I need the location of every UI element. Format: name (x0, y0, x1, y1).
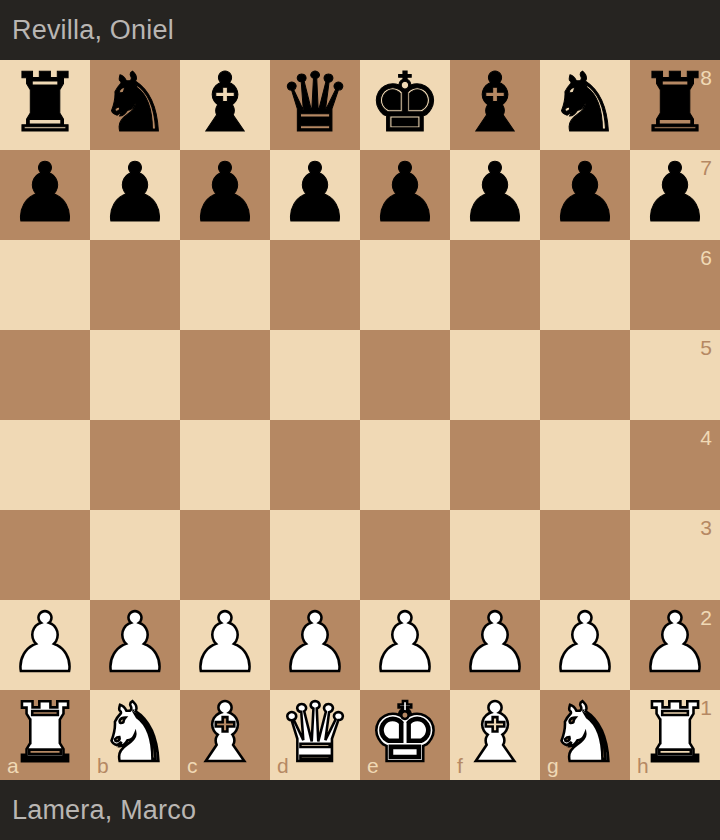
square-d7[interactable]: ♟ (270, 150, 360, 240)
square-a2[interactable]: ♟ (0, 600, 90, 690)
white-pawn[interactable]: ♟ (278, 598, 352, 688)
square-e3[interactable] (360, 510, 450, 600)
square-f5[interactable] (450, 330, 540, 420)
square-h8[interactable]: ♜8 (630, 60, 720, 150)
square-b3[interactable] (90, 510, 180, 600)
chess-board: ♜♞♝♛♚♝♞♜8♟♟♟♟♟♟♟♟76543♟♟♟♟♟♟♟♟2♜a♞b♝c♛d♚… (0, 60, 720, 780)
square-f2[interactable]: ♟ (450, 600, 540, 690)
square-c6[interactable] (180, 240, 270, 330)
square-c3[interactable] (180, 510, 270, 600)
white-pawn[interactable]: ♟ (458, 598, 532, 688)
white-pawn[interactable]: ♟ (8, 598, 82, 688)
white-pawn[interactable]: ♟ (188, 598, 262, 688)
file-label-e: e (367, 755, 379, 776)
square-h7[interactable]: ♟7 (630, 150, 720, 240)
square-h4[interactable]: 4 (630, 420, 720, 510)
square-g1[interactable]: ♞g (540, 690, 630, 780)
player-bottom-name: Lamera, Marco (12, 795, 196, 826)
file-label-g: g (547, 755, 559, 776)
square-f3[interactable] (450, 510, 540, 600)
square-a8[interactable]: ♜ (0, 60, 90, 150)
white-pawn[interactable]: ♟ (368, 598, 442, 688)
square-a3[interactable] (0, 510, 90, 600)
black-knight[interactable]: ♞ (548, 58, 622, 148)
square-g2[interactable]: ♟ (540, 600, 630, 690)
square-d4[interactable] (270, 420, 360, 510)
black-rook[interactable]: ♜ (8, 58, 82, 148)
square-c1[interactable]: ♝c (180, 690, 270, 780)
white-pawn[interactable]: ♟ (548, 598, 622, 688)
square-a6[interactable] (0, 240, 90, 330)
square-b4[interactable] (90, 420, 180, 510)
square-b6[interactable] (90, 240, 180, 330)
square-f7[interactable]: ♟ (450, 150, 540, 240)
black-pawn[interactable]: ♟ (98, 148, 172, 238)
square-h6[interactable]: 6 (630, 240, 720, 330)
square-b2[interactable]: ♟ (90, 600, 180, 690)
square-g4[interactable] (540, 420, 630, 510)
file-label-f: f (457, 755, 463, 776)
square-e5[interactable] (360, 330, 450, 420)
black-pawn[interactable]: ♟ (458, 148, 532, 238)
file-label-d: d (277, 755, 289, 776)
black-bishop[interactable]: ♝ (188, 58, 262, 148)
white-queen[interactable]: ♛ (278, 688, 352, 778)
square-d3[interactable] (270, 510, 360, 600)
player-bottom-bar: Lamera, Marco (0, 780, 720, 840)
rank-label-7: 7 (700, 157, 712, 178)
square-g6[interactable] (540, 240, 630, 330)
square-a4[interactable] (0, 420, 90, 510)
square-b5[interactable] (90, 330, 180, 420)
square-c2[interactable]: ♟ (180, 600, 270, 690)
square-d5[interactable] (270, 330, 360, 420)
black-queen[interactable]: ♛ (278, 58, 352, 148)
square-h1[interactable]: ♜1h (630, 690, 720, 780)
square-f1[interactable]: ♝f (450, 690, 540, 780)
square-b1[interactable]: ♞b (90, 690, 180, 780)
white-knight[interactable]: ♞ (548, 688, 622, 778)
square-c5[interactable] (180, 330, 270, 420)
file-label-h: h (637, 755, 649, 776)
square-c7[interactable]: ♟ (180, 150, 270, 240)
rank-label-6: 6 (700, 247, 712, 268)
black-bishop[interactable]: ♝ (458, 58, 532, 148)
square-g7[interactable]: ♟ (540, 150, 630, 240)
square-e8[interactable]: ♚ (360, 60, 450, 150)
white-rook[interactable]: ♜ (8, 688, 82, 778)
square-f6[interactable] (450, 240, 540, 330)
square-g8[interactable]: ♞ (540, 60, 630, 150)
square-c4[interactable] (180, 420, 270, 510)
white-bishop[interactable]: ♝ (458, 688, 532, 778)
rank-label-8: 8 (700, 67, 712, 88)
black-pawn[interactable]: ♟ (188, 148, 262, 238)
white-bishop[interactable]: ♝ (188, 688, 262, 778)
black-king[interactable]: ♚ (368, 58, 442, 148)
black-pawn[interactable]: ♟ (368, 148, 442, 238)
file-label-c: c (187, 755, 198, 776)
square-g3[interactable] (540, 510, 630, 600)
square-h3[interactable]: 3 (630, 510, 720, 600)
black-pawn[interactable]: ♟ (278, 148, 352, 238)
rank-label-4: 4 (700, 427, 712, 448)
file-label-b: b (97, 755, 109, 776)
square-b8[interactable]: ♞ (90, 60, 180, 150)
square-d2[interactable]: ♟ (270, 600, 360, 690)
white-pawn[interactable]: ♟ (98, 598, 172, 688)
square-c8[interactable]: ♝ (180, 60, 270, 150)
file-label-a: a (7, 755, 19, 776)
square-e2[interactable]: ♟ (360, 600, 450, 690)
white-king[interactable]: ♚ (368, 688, 442, 778)
black-pawn[interactable]: ♟ (548, 148, 622, 238)
player-top-bar: Revilla, Oniel (0, 0, 720, 60)
player-top-name: Revilla, Oniel (12, 15, 174, 46)
rank-label-5: 5 (700, 337, 712, 358)
square-a7[interactable]: ♟ (0, 150, 90, 240)
rank-label-2: 2 (700, 607, 712, 628)
square-f4[interactable] (450, 420, 540, 510)
square-d1[interactable]: ♛d (270, 690, 360, 780)
square-a5[interactable] (0, 330, 90, 420)
square-f8[interactable]: ♝ (450, 60, 540, 150)
square-d8[interactable]: ♛ (270, 60, 360, 150)
square-b7[interactable]: ♟ (90, 150, 180, 240)
square-d6[interactable] (270, 240, 360, 330)
square-e1[interactable]: ♚e (360, 690, 450, 780)
black-knight[interactable]: ♞ (98, 58, 172, 148)
rank-label-3: 3 (700, 517, 712, 538)
square-e6[interactable] (360, 240, 450, 330)
square-a1[interactable]: ♜a (0, 690, 90, 780)
white-knight[interactable]: ♞ (98, 688, 172, 778)
square-e4[interactable] (360, 420, 450, 510)
black-pawn[interactable]: ♟ (8, 148, 82, 238)
square-e7[interactable]: ♟ (360, 150, 450, 240)
square-h5[interactable]: 5 (630, 330, 720, 420)
square-g5[interactable] (540, 330, 630, 420)
square-h2[interactable]: ♟2 (630, 600, 720, 690)
rank-label-1: 1 (700, 697, 712, 718)
